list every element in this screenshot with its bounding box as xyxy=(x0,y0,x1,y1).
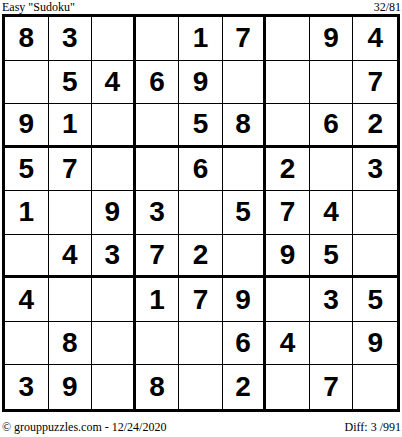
cell-r8c8[interactable] xyxy=(310,322,354,366)
cell-r4c5[interactable]: 6 xyxy=(179,148,223,192)
difficulty-text: Diff: 3 /991 xyxy=(345,420,401,435)
cell-r9c9[interactable] xyxy=(353,365,397,409)
cell-r3c8[interactable]: 6 xyxy=(310,104,354,148)
cell-r1c4[interactable] xyxy=(136,17,180,61)
cell-r9c6[interactable]: 2 xyxy=(223,365,267,409)
cell-r5c2[interactable] xyxy=(49,191,93,235)
cell-r2c6[interactable] xyxy=(223,61,267,105)
copyright-text: © grouppuzzles.com - 12/24/2020 xyxy=(2,420,166,435)
cell-r5c7[interactable]: 7 xyxy=(266,191,310,235)
cell-r4c3[interactable] xyxy=(92,148,136,192)
cell-r8c9[interactable]: 9 xyxy=(353,322,397,366)
cell-r8c4[interactable] xyxy=(136,322,180,366)
header: Easy "Sudoku" 32/81 xyxy=(2,0,401,15)
cell-r2c7[interactable] xyxy=(266,61,310,105)
cell-r4c2[interactable]: 7 xyxy=(49,148,93,192)
cell-r5c1[interactable]: 1 xyxy=(5,191,49,235)
cell-r3c9[interactable]: 2 xyxy=(353,104,397,148)
cell-r7c3[interactable] xyxy=(92,278,136,322)
cell-r2c2[interactable]: 5 xyxy=(49,61,93,105)
cell-r5c9[interactable] xyxy=(353,191,397,235)
cell-r8c2[interactable]: 8 xyxy=(49,322,93,366)
cell-r1c7[interactable] xyxy=(266,17,310,61)
cell-r3c6[interactable]: 8 xyxy=(223,104,267,148)
cell-r4c8[interactable] xyxy=(310,148,354,192)
cell-r7c4[interactable]: 1 xyxy=(136,278,180,322)
cell-r3c3[interactable] xyxy=(92,104,136,148)
cell-r5c4[interactable]: 3 xyxy=(136,191,180,235)
cell-r7c9[interactable]: 5 xyxy=(353,278,397,322)
cell-r8c7[interactable]: 4 xyxy=(266,322,310,366)
cell-r6c6[interactable] xyxy=(223,235,267,279)
sudoku-page: Easy "Sudoku" 32/81 83179454697915862576… xyxy=(0,0,402,437)
cell-r8c3[interactable] xyxy=(92,322,136,366)
cell-r6c7[interactable]: 9 xyxy=(266,235,310,279)
cell-r7c5[interactable]: 7 xyxy=(179,278,223,322)
cell-r2c4[interactable]: 6 xyxy=(136,61,180,105)
cell-r7c8[interactable]: 3 xyxy=(310,278,354,322)
cell-r8c6[interactable]: 6 xyxy=(223,322,267,366)
cell-r6c8[interactable]: 5 xyxy=(310,235,354,279)
cell-r4c7[interactable]: 2 xyxy=(266,148,310,192)
cell-r2c1[interactable] xyxy=(5,61,49,105)
cell-r3c1[interactable]: 9 xyxy=(5,104,49,148)
cell-r1c8[interactable]: 9 xyxy=(310,17,354,61)
cell-r8c5[interactable] xyxy=(179,322,223,366)
cell-r6c4[interactable]: 7 xyxy=(136,235,180,279)
cell-r3c2[interactable]: 1 xyxy=(49,104,93,148)
cell-r1c6[interactable]: 7 xyxy=(223,17,267,61)
cell-r1c1[interactable]: 8 xyxy=(5,17,49,61)
cell-r1c5[interactable]: 1 xyxy=(179,17,223,61)
cell-r6c5[interactable]: 2 xyxy=(179,235,223,279)
cell-r3c5[interactable]: 5 xyxy=(179,104,223,148)
cell-r9c3[interactable] xyxy=(92,365,136,409)
cell-r6c3[interactable]: 3 xyxy=(92,235,136,279)
cell-r2c3[interactable]: 4 xyxy=(92,61,136,105)
cell-r9c8[interactable]: 7 xyxy=(310,365,354,409)
cell-r4c9[interactable]: 3 xyxy=(353,148,397,192)
cell-r6c9[interactable] xyxy=(353,235,397,279)
cell-r9c5[interactable] xyxy=(179,365,223,409)
cell-r3c7[interactable] xyxy=(266,104,310,148)
footer: © grouppuzzles.com - 12/24/2020 Diff: 3 … xyxy=(2,420,401,435)
cell-r7c7[interactable] xyxy=(266,278,310,322)
cell-r2c5[interactable]: 9 xyxy=(179,61,223,105)
cell-r9c1[interactable]: 3 xyxy=(5,365,49,409)
cell-r6c1[interactable] xyxy=(5,235,49,279)
sudoku-board: 8317945469791586257623193574437295417935… xyxy=(2,14,400,412)
cell-r1c2[interactable]: 3 xyxy=(49,17,93,61)
cell-r5c3[interactable]: 9 xyxy=(92,191,136,235)
cell-r7c2[interactable] xyxy=(49,278,93,322)
cell-r6c2[interactable]: 4 xyxy=(49,235,93,279)
puzzle-title: Easy "Sudoku" xyxy=(2,0,75,15)
cell-r1c9[interactable]: 4 xyxy=(353,17,397,61)
cell-r8c1[interactable] xyxy=(5,322,49,366)
cell-counter: 32/81 xyxy=(374,0,401,15)
cell-r7c6[interactable]: 9 xyxy=(223,278,267,322)
cell-r7c1[interactable]: 4 xyxy=(5,278,49,322)
cell-r2c9[interactable]: 7 xyxy=(353,61,397,105)
cell-r9c7[interactable] xyxy=(266,365,310,409)
cell-r2c8[interactable] xyxy=(310,61,354,105)
cell-r9c2[interactable]: 9 xyxy=(49,365,93,409)
cell-r4c1[interactable]: 5 xyxy=(5,148,49,192)
cell-r9c4[interactable]: 8 xyxy=(136,365,180,409)
cell-r5c6[interactable]: 5 xyxy=(223,191,267,235)
cell-r5c8[interactable]: 4 xyxy=(310,191,354,235)
cell-r4c6[interactable] xyxy=(223,148,267,192)
cell-r4c4[interactable] xyxy=(136,148,180,192)
cell-r1c3[interactable] xyxy=(92,17,136,61)
cell-r5c5[interactable] xyxy=(179,191,223,235)
cell-r3c4[interactable] xyxy=(136,104,180,148)
